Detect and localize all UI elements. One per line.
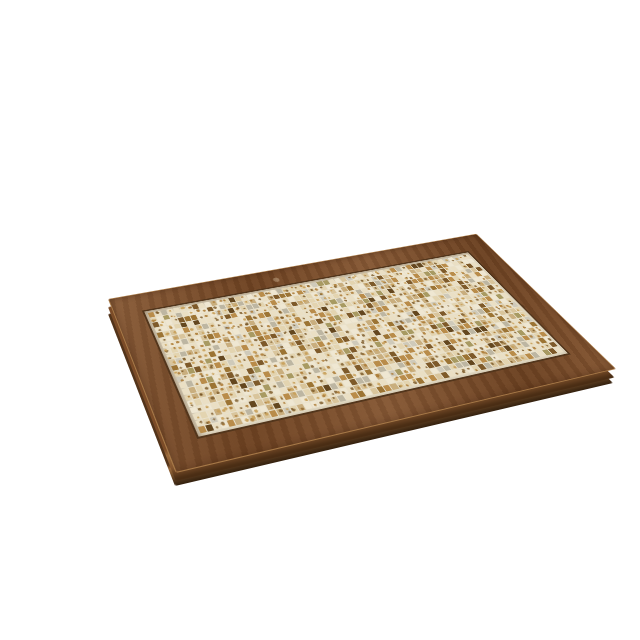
product-photo [40,16,640,640]
mosaic-panel [142,251,571,439]
